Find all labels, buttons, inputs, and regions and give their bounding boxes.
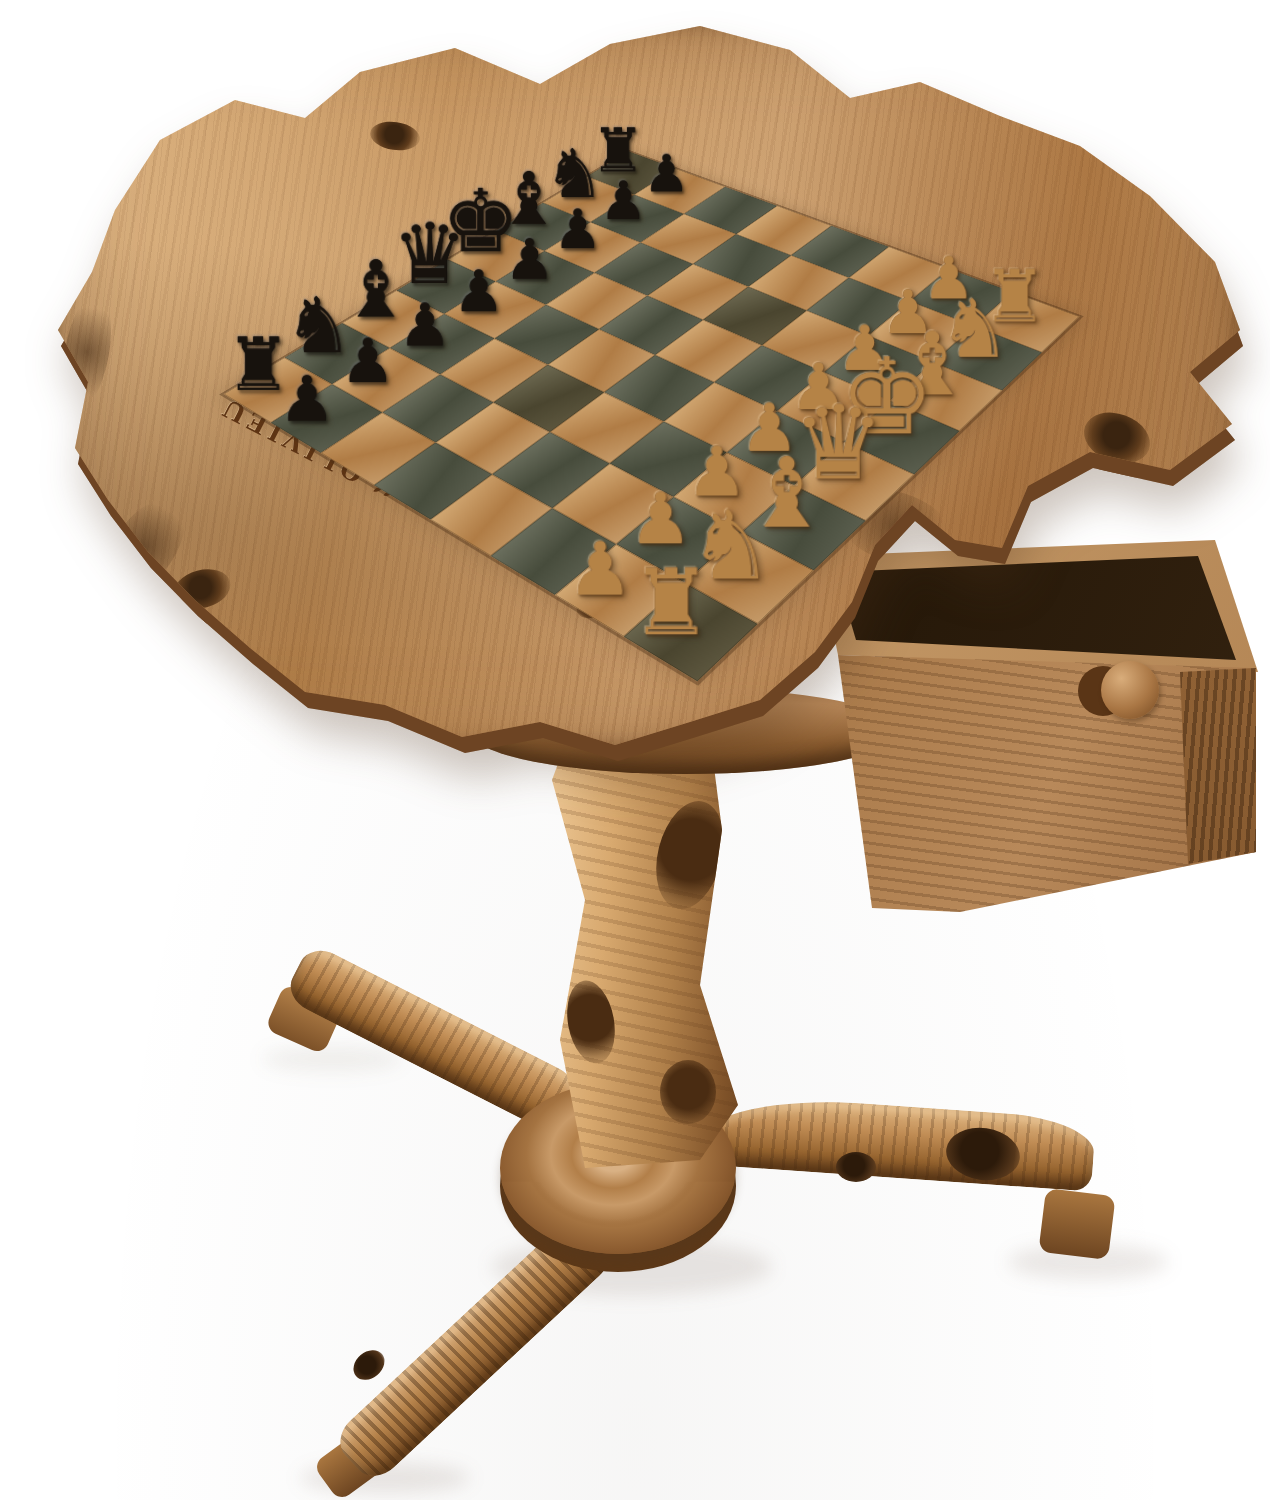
piece-black-pawn-h7: ♟ (643, 148, 689, 199)
piece-white-pawn-a2: ♟ (567, 532, 633, 606)
bark-edge (55, 289, 119, 415)
piece-black-pawn-f7: ♟ (553, 202, 602, 256)
bark-edge (89, 485, 201, 610)
wood-knot (169, 563, 235, 615)
piece-white-pawn-b2: ♟ (629, 483, 693, 554)
piece-black-pawn-e7: ♟ (505, 231, 555, 287)
product-photo-scene: OLIVIEU ♜♟♟♜♞♟♟♞♝♟♟♝♚♟♟♚♛♟♟♛♝♟♟♝♞♟♟♞♜♟♟♜ (0, 0, 1270, 1500)
piece-black-pawn-a7: ♟ (279, 367, 335, 430)
piece-black-pawn-g7: ♟ (600, 174, 647, 227)
piece-black-pawn-d7: ♟ (453, 262, 504, 319)
chessboard-perspective-wrap: ♜♟♟♜♞♟♟♞♝♟♟♝♚♟♟♚♛♟♟♛♝♟♟♝♞♟♟♞♜♟♟♜ (331, 31, 980, 680)
piece-white-rook-a1: ♜ (630, 557, 712, 648)
wood-knot (1077, 404, 1157, 472)
piece-black-pawn-b7: ♟ (340, 330, 395, 391)
square-a4 (430, 474, 552, 556)
piece-black-pawn-c7: ♟ (398, 295, 451, 354)
